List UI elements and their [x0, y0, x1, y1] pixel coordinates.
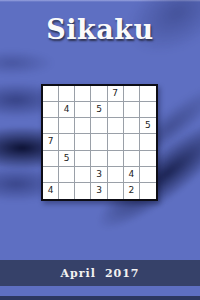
- grid-cell: [91, 151, 107, 167]
- grid-cell: 2: [124, 183, 140, 199]
- grid-cell: [43, 118, 59, 134]
- background-texture-wave: [0, 50, 54, 76]
- grid-cell: [108, 183, 124, 199]
- grid-cell: [75, 118, 91, 134]
- puzzle-grid: 74557534432: [41, 84, 158, 201]
- grid-cell: [108, 134, 124, 150]
- grid-cell: [91, 134, 107, 150]
- grid-cell: [91, 118, 107, 134]
- grid-cell: 5: [91, 102, 107, 118]
- grid-cell: [124, 134, 140, 150]
- grid-cell: [43, 167, 59, 183]
- grid-cell: [59, 183, 75, 199]
- grid-cell: [124, 86, 140, 102]
- grid-cell: 3: [91, 167, 107, 183]
- grid-cell: [59, 167, 75, 183]
- grid-cell: [108, 167, 124, 183]
- grid-cell: 7: [43, 134, 59, 150]
- grid-cell: [43, 151, 59, 167]
- grid-cell: [91, 86, 107, 102]
- grid-cell: [75, 134, 91, 150]
- grid-cell: [140, 167, 156, 183]
- grid-cell: 5: [59, 151, 75, 167]
- grid-cell: [140, 86, 156, 102]
- grid-cell: [59, 134, 75, 150]
- grid-cell: [108, 151, 124, 167]
- grid-cell: [140, 134, 156, 150]
- footer-month: April: [60, 267, 95, 280]
- grid-cell: 3: [91, 183, 107, 199]
- bottom-edge-shade: [0, 296, 200, 300]
- grid-cell: 5: [140, 118, 156, 134]
- grid-cell: [43, 86, 59, 102]
- grid-cell: [59, 118, 75, 134]
- footer-band: April 2017: [0, 260, 200, 286]
- top-edge-highlight: [0, 0, 200, 2]
- grid-cell: [75, 86, 91, 102]
- grid-cell: [124, 118, 140, 134]
- grid-cell: [140, 102, 156, 118]
- book-cover: Sikaku 74557534432 April 2017: [0, 0, 200, 300]
- grid-cell: 4: [43, 183, 59, 199]
- grid-cell: [75, 167, 91, 183]
- grid-cell: [75, 151, 91, 167]
- grid-cell: [124, 102, 140, 118]
- grid-cell: 4: [59, 102, 75, 118]
- grid-cell: [108, 118, 124, 134]
- grid-cell: 7: [108, 86, 124, 102]
- grid-cell: [43, 102, 59, 118]
- grid-cell: [140, 151, 156, 167]
- grid-cell: [75, 183, 91, 199]
- cover-title: Sikaku: [0, 14, 200, 45]
- grid-cell: [108, 102, 124, 118]
- grid-cell: 4: [124, 167, 140, 183]
- grid-cell: [140, 183, 156, 199]
- grid-cell: [75, 102, 91, 118]
- grid-cell: [59, 86, 75, 102]
- grid-cell: [124, 151, 140, 167]
- footer-year: 2017: [105, 267, 140, 280]
